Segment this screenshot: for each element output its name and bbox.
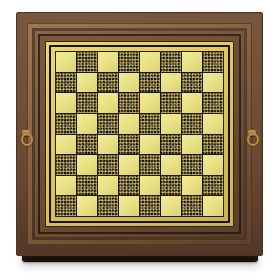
square-h1[interactable]: [203, 196, 223, 216]
board-border-line: [49, 45, 230, 223]
handle-ring-icon: [247, 133, 259, 146]
square-d8[interactable]: [119, 52, 139, 72]
board-grid: [55, 51, 224, 217]
square-e8[interactable]: [140, 52, 160, 72]
square-f5[interactable]: [161, 114, 181, 134]
square-b8[interactable]: [77, 52, 97, 72]
square-g1[interactable]: [182, 196, 202, 216]
square-f6[interactable]: [161, 93, 181, 113]
square-h5[interactable]: [203, 114, 223, 134]
square-a6[interactable]: [56, 93, 76, 113]
square-c3[interactable]: [98, 155, 118, 175]
square-h2[interactable]: [203, 176, 223, 196]
brass-plate: [45, 41, 234, 227]
square-h8[interactable]: [203, 52, 223, 72]
square-a8[interactable]: [56, 52, 76, 72]
frame-outer-band: [18, 14, 261, 254]
handle-ring-icon: [21, 133, 33, 146]
square-a5[interactable]: [56, 114, 76, 134]
square-d1[interactable]: [119, 196, 139, 216]
square-b1[interactable]: [77, 196, 97, 216]
square-h7[interactable]: [203, 73, 223, 93]
square-c5[interactable]: [98, 114, 118, 134]
square-c2[interactable]: [98, 176, 118, 196]
square-e6[interactable]: [140, 93, 160, 113]
square-h6[interactable]: [203, 93, 223, 113]
square-c1[interactable]: [98, 196, 118, 216]
square-d5[interactable]: [119, 114, 139, 134]
square-g6[interactable]: [182, 93, 202, 113]
frame-inner-bevel: [40, 36, 239, 232]
square-b2[interactable]: [77, 176, 97, 196]
ring-pull-left: [19, 129, 33, 145]
square-d3[interactable]: [119, 155, 139, 175]
square-e4[interactable]: [140, 135, 160, 155]
square-a2[interactable]: [56, 176, 76, 196]
square-b3[interactable]: [77, 155, 97, 175]
square-e5[interactable]: [140, 114, 160, 134]
square-d4[interactable]: [119, 135, 139, 155]
square-c7[interactable]: [98, 73, 118, 93]
square-h3[interactable]: [203, 155, 223, 175]
square-g3[interactable]: [182, 155, 202, 175]
square-f2[interactable]: [161, 176, 181, 196]
square-g8[interactable]: [182, 52, 202, 72]
square-d7[interactable]: [119, 73, 139, 93]
square-f4[interactable]: [161, 135, 181, 155]
square-a3[interactable]: [56, 155, 76, 175]
wooden-frame: [16, 12, 263, 256]
chessboard-photo: [0, 0, 279, 280]
frame-molding-inner-ridge: [35, 31, 244, 237]
square-e3[interactable]: [140, 155, 160, 175]
square-a4[interactable]: [56, 135, 76, 155]
square-f1[interactable]: [161, 196, 181, 216]
square-b7[interactable]: [77, 73, 97, 93]
square-a1[interactable]: [56, 196, 76, 216]
square-c4[interactable]: [98, 135, 118, 155]
square-a7[interactable]: [56, 73, 76, 93]
square-c8[interactable]: [98, 52, 118, 72]
frame-molding-step: [32, 28, 247, 240]
frame-molding-ridge: [27, 23, 252, 245]
square-f7[interactable]: [161, 73, 181, 93]
square-f3[interactable]: [161, 155, 181, 175]
frame-groove: [38, 34, 241, 234]
square-d2[interactable]: [119, 176, 139, 196]
square-b6[interactable]: [77, 93, 97, 113]
square-h4[interactable]: [203, 135, 223, 155]
square-g7[interactable]: [182, 73, 202, 93]
ring-pull-right: [245, 129, 259, 145]
square-d6[interactable]: [119, 93, 139, 113]
square-g4[interactable]: [182, 135, 202, 155]
square-e1[interactable]: [140, 196, 160, 216]
square-b5[interactable]: [77, 114, 97, 134]
square-g2[interactable]: [182, 176, 202, 196]
square-g5[interactable]: [182, 114, 202, 134]
square-f8[interactable]: [161, 52, 181, 72]
square-e2[interactable]: [140, 176, 160, 196]
square-e7[interactable]: [140, 73, 160, 93]
square-c6[interactable]: [98, 93, 118, 113]
square-b4[interactable]: [77, 135, 97, 155]
